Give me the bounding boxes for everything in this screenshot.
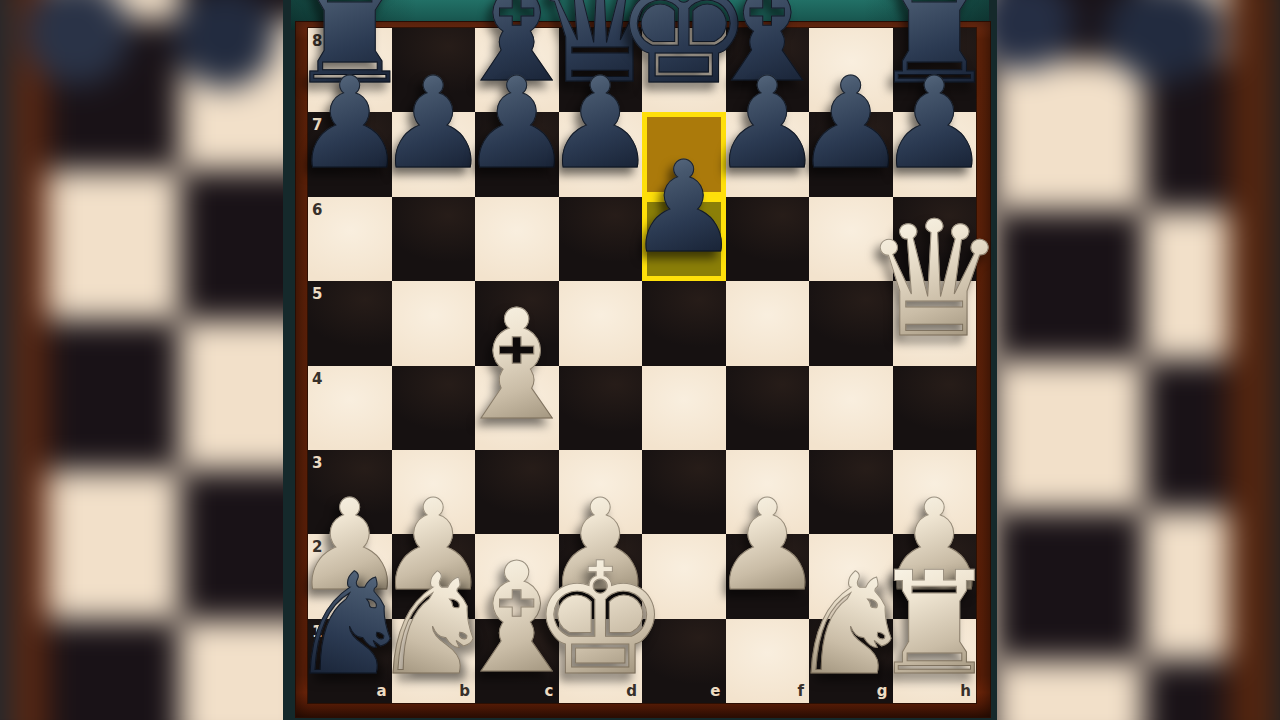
square-g4[interactable] (809, 366, 893, 450)
square-h4[interactable] (893, 366, 977, 450)
rank-label-6: 6 (312, 203, 322, 218)
square-h7[interactable]: ♟ (893, 112, 977, 196)
square-d1[interactable]: d♚ (559, 619, 643, 703)
square-e4[interactable] (642, 366, 726, 450)
white-bishop-c4[interactable]: ♝ (449, 290, 585, 442)
white-queen-h5[interactable]: ♛ (863, 200, 1006, 360)
chess-board[interactable]: 8♜♝♛♚♝♜7♟♟♟♟♟♟♟6♟5♛4♝32♟♟♟♟♟1a♞b♞c♝d♚efg… (308, 28, 976, 703)
square-a4[interactable]: 4 (308, 366, 392, 450)
square-e5[interactable] (642, 281, 726, 365)
white-king-d1[interactable]: ♚ (531, 542, 670, 697)
background-blur-left (0, 0, 284, 720)
square-c4[interactable]: ♝ (475, 366, 559, 450)
board-frame: 8♜♝♛♚♝♜7♟♟♟♟♟♟♟6♟5♛4♝32♟♟♟♟♟1a♞b♞c♝d♚efg… (296, 22, 990, 717)
square-c6[interactable] (475, 197, 559, 281)
file-label-e: e (710, 684, 720, 699)
background-blur-right (984, 0, 1280, 720)
square-b6[interactable] (392, 197, 476, 281)
rank-label-3: 3 (312, 456, 322, 471)
game-area: 8♜♝♛♚♝♜7♟♟♟♟♟♟♟6♟5♛4♝32♟♟♟♟♟1a♞b♞c♝d♚efg… (283, 0, 997, 720)
square-a6[interactable]: 6 (308, 197, 392, 281)
square-e6[interactable]: ♟ (642, 197, 726, 281)
rank-label-4: 4 (312, 372, 322, 387)
black-pawn-h7[interactable]: ♟ (878, 61, 991, 187)
square-a5[interactable]: 5 (308, 281, 392, 365)
square-h1[interactable]: h♜ (893, 619, 977, 703)
black-pawn-e6[interactable]: ♟ (627, 145, 740, 271)
square-f5[interactable] (726, 281, 810, 365)
square-h5[interactable]: ♛ (893, 281, 977, 365)
square-f4[interactable] (726, 366, 810, 450)
white-rook-h1[interactable]: ♜ (871, 553, 998, 695)
rank-label-5: 5 (312, 287, 322, 302)
